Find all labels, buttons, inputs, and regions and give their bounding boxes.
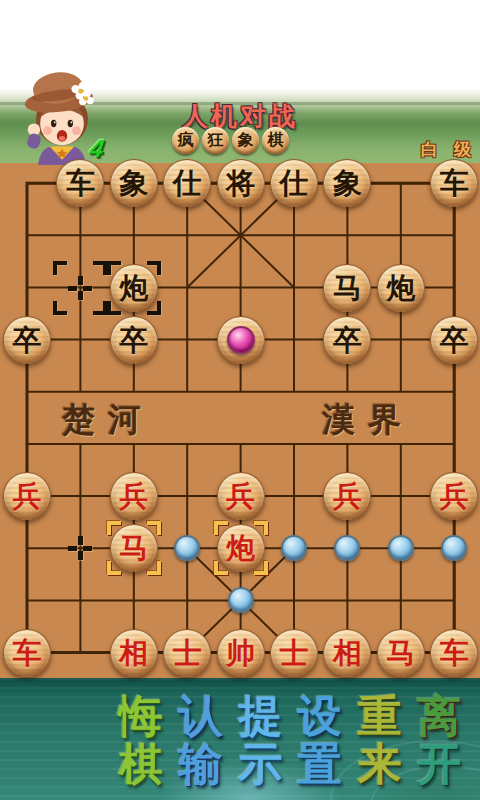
action-button-bar: 悔棋 认输 提示 设置 重来 离开 xyxy=(112,692,468,788)
black-move-origin-cross xyxy=(68,536,92,560)
black-pawn[interactable]: 卒 xyxy=(430,316,478,364)
red-horse[interactable]: 马 xyxy=(377,629,425,677)
black-pawn[interactable]: 卒 xyxy=(323,316,371,364)
red-elephant[interactable]: 相 xyxy=(323,629,371,677)
black-pawn[interactable]: 卒 xyxy=(110,316,158,364)
red-pawn[interactable]: 兵 xyxy=(430,472,478,520)
exit-button[interactable]: 离开 xyxy=(410,692,468,788)
river-label-chu: 楚河 xyxy=(62,398,154,443)
restart-button[interactable]: 重来 xyxy=(350,692,408,788)
black-horse[interactable]: 马 xyxy=(323,264,371,312)
red-general[interactable]: 帅 xyxy=(217,629,265,677)
red-pawn[interactable]: 兵 xyxy=(3,472,51,520)
legal-move-dot[interactable] xyxy=(388,535,414,561)
settings-button[interactable]: 设置 xyxy=(291,692,349,788)
red-rook[interactable]: 车 xyxy=(3,629,51,677)
legal-move-dot[interactable] xyxy=(228,587,254,613)
resign-button[interactable]: 认输 xyxy=(172,692,230,788)
red-advisor[interactable]: 士 xyxy=(163,629,211,677)
black-pawn[interactable]: 卒 xyxy=(3,316,51,364)
undo-button[interactable]: 悔棋 xyxy=(112,692,170,788)
gold-last-move-frame xyxy=(107,521,161,575)
xiangqi-app-screen: 人机对战 疯 狂 象 棋 4 白级 楚河 漢界 车象 xyxy=(0,0,480,800)
black-last-move-frame xyxy=(53,261,107,315)
black-general[interactable]: 将 xyxy=(217,159,265,207)
black-elephant[interactable]: 象 xyxy=(110,159,158,207)
red-rook[interactable]: 车 xyxy=(430,629,478,677)
black-cannon[interactable]: 炮 xyxy=(377,264,425,312)
red-pawn[interactable]: 兵 xyxy=(217,472,265,520)
red-pawn[interactable]: 兵 xyxy=(110,472,158,520)
river-label-han: 漢界 xyxy=(322,398,414,443)
hint-button[interactable]: 提示 xyxy=(231,692,289,788)
black-last-move-frame xyxy=(107,261,161,315)
black-advisor[interactable]: 仕 xyxy=(270,159,318,207)
red-elephant[interactable]: 相 xyxy=(110,629,158,677)
capture-target-dot[interactable] xyxy=(227,326,255,354)
red-advisor[interactable]: 士 xyxy=(270,629,318,677)
gold-last-move-frame xyxy=(214,521,268,575)
